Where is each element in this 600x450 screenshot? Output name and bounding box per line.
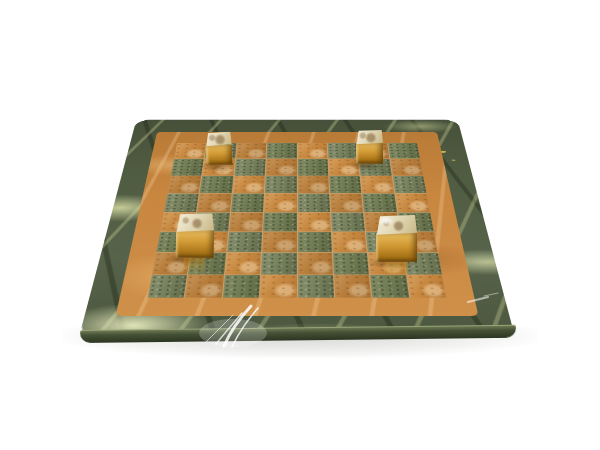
product-photo-scene — [0, 0, 600, 450]
plastic-wrap-glare — [0, 0, 600, 450]
